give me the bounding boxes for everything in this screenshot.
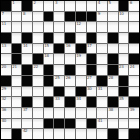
cell-r7c11-black (108, 65, 118, 75)
clue-number-16: 16 (66, 44, 71, 48)
clue-number-19: 19 (76, 54, 81, 58)
cell-r2c9-black (87, 12, 97, 22)
clue-number-26: 26 (66, 76, 71, 80)
clue-number-17: 17 (87, 44, 92, 48)
cell-r5c7[interactable]: 16 (65, 44, 75, 54)
cell-r7c10[interactable] (97, 65, 107, 75)
cell-r5c6-black (54, 44, 64, 54)
clue-number-37: 37 (23, 108, 28, 112)
cell-r4c10[interactable] (97, 33, 107, 43)
cell-r10c10[interactable] (97, 97, 107, 107)
clue-number-21: 21 (12, 65, 17, 69)
clue-number-18: 18 (44, 54, 49, 58)
cell-r11c6[interactable] (54, 108, 64, 118)
cell-r12c5-black (44, 119, 54, 129)
cell-r6c2-black (12, 54, 22, 64)
cell-r12c2[interactable] (12, 119, 22, 129)
cell-r2c7-black (65, 12, 75, 22)
cell-r8c4[interactable] (33, 76, 43, 86)
clue-number-5: 5 (108, 1, 110, 5)
cell-r2c11[interactable] (108, 12, 118, 22)
cell-r12c10[interactable]: 41 (97, 119, 107, 129)
cell-r7c9-black (87, 65, 97, 75)
cell-r7c8[interactable] (76, 65, 86, 75)
clue-number-25: 25 (55, 76, 60, 80)
cell-r2c5-black (44, 12, 54, 22)
cell-r10c1[interactable]: 32 (1, 97, 11, 107)
cell-r8c10-black (97, 76, 107, 86)
cell-r10c12[interactable]: 35 (119, 97, 129, 107)
clue-number-23: 23 (119, 65, 124, 69)
cell-r10c3-black (22, 97, 32, 107)
cell-r2c6[interactable] (54, 12, 64, 22)
cell-r12c6-black (54, 119, 64, 129)
cell-r3c8[interactable]: 12 (76, 22, 86, 32)
cell-r6c13-black (129, 54, 139, 64)
cell-r11c5[interactable] (44, 108, 54, 118)
cell-r7c6[interactable] (54, 65, 64, 75)
cell-r3c1[interactable]: 11 (1, 22, 11, 32)
cell-r11c8[interactable] (76, 108, 86, 118)
cell-r10c4[interactable] (33, 97, 43, 107)
cell-r11c9[interactable] (87, 108, 97, 118)
cell-r1c3-black (22, 1, 32, 11)
cell-r6c12[interactable] (119, 54, 129, 64)
cell-r8c11[interactable]: 28 (108, 76, 118, 86)
cell-r3c13[interactable] (129, 22, 139, 32)
clue-number-40: 40 (2, 119, 7, 123)
cell-r3c9[interactable] (87, 22, 97, 32)
cell-r2c8-black (76, 12, 86, 22)
cell-r7c12[interactable]: 23 (119, 65, 129, 75)
clue-number-36: 36 (2, 108, 7, 112)
cell-r13c8[interactable] (76, 129, 86, 139)
cell-r11c4[interactable] (33, 108, 43, 118)
cell-r5c3[interactable]: 14 (22, 44, 32, 54)
cell-r13c3[interactable]: 42 (22, 129, 32, 139)
cell-r13c12[interactable] (119, 129, 129, 139)
cell-r3c7[interactable] (65, 22, 75, 32)
clue-number-33: 33 (55, 97, 60, 101)
cell-r11c2[interactable] (12, 108, 22, 118)
cell-r4c12[interactable] (119, 33, 129, 43)
cell-r13c11-black (108, 129, 118, 139)
clue-number-2: 2 (34, 1, 36, 5)
clue-number-29: 29 (2, 87, 7, 91)
cell-r9c11[interactable] (108, 87, 118, 97)
clue-number-24: 24 (130, 65, 135, 69)
clue-number-10: 10 (119, 12, 124, 16)
cell-r5c8-black (76, 44, 86, 54)
cell-r6c10[interactable] (97, 54, 107, 64)
clue-number-4: 4 (98, 1, 100, 5)
cell-r2c13[interactable] (129, 12, 139, 22)
cell-r2c2[interactable] (12, 12, 22, 22)
cell-r12c8[interactable] (76, 119, 86, 129)
cell-r5c12[interactable] (119, 44, 129, 54)
cell-r5c13[interactable] (129, 44, 139, 54)
cell-r3c2[interactable] (12, 22, 22, 32)
cell-r9c10[interactable]: 31 (97, 87, 107, 97)
cell-r9c12-black (119, 87, 129, 97)
cell-r4c5-black (44, 33, 54, 43)
cell-r7c4[interactable]: 22 (33, 65, 43, 75)
cell-r13c7[interactable] (65, 129, 75, 139)
cell-r7c3-black (22, 65, 32, 75)
cell-r4c6[interactable] (54, 33, 64, 43)
clue-number-27: 27 (87, 76, 92, 80)
clue-number-42: 42 (23, 129, 28, 133)
cell-r5c4[interactable] (33, 44, 43, 54)
cell-r8c9[interactable]: 27 (87, 76, 97, 86)
cell-r12c3[interactable] (22, 119, 32, 129)
cell-r2c12[interactable]: 10 (119, 12, 129, 22)
cell-r8c2[interactable] (12, 76, 22, 86)
clue-number-13: 13 (2, 44, 7, 48)
cell-r4c4[interactable] (33, 33, 43, 43)
cell-r7c13[interactable]: 24 (129, 65, 139, 75)
cell-r1c12-black (119, 1, 129, 11)
cell-r8c12-black (119, 76, 129, 86)
clue-number-20: 20 (2, 65, 7, 69)
cell-r1c1-black (1, 1, 11, 11)
cell-r8c1-black (1, 76, 11, 86)
cell-r1c4[interactable]: 2 (33, 1, 43, 11)
cell-r4c1-black (1, 33, 11, 43)
cell-r12c7-black (65, 119, 75, 129)
cell-r12c9-black (87, 119, 97, 129)
cell-r1c2[interactable]: 1 (12, 1, 22, 11)
cell-r3c12[interactable] (119, 22, 129, 32)
crossword-grid: 1234567891011121314151617181920212223242… (0, 0, 140, 140)
cell-r5c5[interactable]: 15 (44, 44, 54, 54)
cell-r10c5-black (44, 97, 54, 107)
cell-r9c4[interactable] (33, 87, 43, 97)
clue-number-34: 34 (76, 97, 81, 101)
cell-r9c9[interactable]: 30 (87, 87, 97, 97)
clue-number-9: 9 (98, 12, 100, 16)
cell-r4c3-black (22, 33, 32, 43)
cell-r3c5[interactable] (44, 22, 54, 32)
cell-r13c4[interactable] (33, 129, 43, 139)
cell-r4c11-black (108, 33, 118, 43)
cell-r11c3[interactable]: 37 (22, 108, 32, 118)
cell-r1c6[interactable]: 3 (54, 1, 64, 11)
cell-r1c13[interactable]: 6 (129, 1, 139, 11)
cell-r6c3[interactable] (22, 54, 32, 64)
cell-r5c1[interactable]: 13 (1, 44, 11, 54)
cell-r13c2-black (12, 129, 22, 139)
cell-r3c11[interactable] (108, 22, 118, 32)
clue-number-39: 39 (130, 108, 135, 112)
clue-number-30: 30 (87, 87, 92, 91)
cell-r10c8[interactable]: 34 (76, 97, 86, 107)
clue-number-22: 22 (34, 65, 39, 69)
cell-r5c9[interactable]: 17 (87, 44, 97, 54)
cell-r3c10[interactable] (97, 22, 107, 32)
cell-r6c7[interactable] (65, 54, 75, 64)
cell-r9c13[interactable] (129, 87, 139, 97)
cell-r13c13-black (129, 129, 139, 139)
cell-r6c9-black (87, 54, 97, 64)
clue-number-31: 31 (98, 87, 103, 91)
cell-r11c13[interactable]: 39 (129, 108, 139, 118)
cell-r8c6[interactable]: 25 (54, 76, 64, 86)
clue-number-6: 6 (130, 1, 132, 5)
cell-r13c9[interactable] (87, 129, 97, 139)
cell-r13c6[interactable] (54, 129, 64, 139)
cell-r4c13-black (129, 33, 139, 43)
cell-r1c11[interactable]: 5 (108, 1, 118, 11)
cell-r9c8-black (76, 87, 86, 97)
cell-r1c9[interactable] (87, 1, 97, 11)
cell-r7c5-black (44, 65, 54, 75)
cell-r2c10[interactable]: 9 (97, 12, 107, 22)
cell-r5c11[interactable] (108, 44, 118, 54)
cell-r12c12[interactable] (119, 119, 129, 129)
clue-number-1: 1 (12, 1, 14, 5)
cell-r9c7[interactable] (65, 87, 75, 97)
cell-r12c1[interactable]: 40 (1, 119, 11, 129)
cell-r12c11[interactable] (108, 119, 118, 129)
cell-r4c2[interactable] (12, 33, 22, 43)
cell-r2c1[interactable]: 7 (1, 12, 11, 22)
cell-r6c5[interactable]: 18 (44, 54, 54, 64)
clue-number-7: 7 (2, 12, 4, 16)
cell-r8c7[interactable]: 26 (65, 76, 75, 86)
clue-number-28: 28 (108, 76, 113, 80)
cell-r2c3[interactable]: 8 (22, 12, 32, 22)
clue-number-35: 35 (119, 97, 124, 101)
cell-r9c3[interactable] (22, 87, 32, 97)
cell-r3c6[interactable] (54, 22, 64, 32)
clue-number-11: 11 (2, 22, 7, 26)
cell-r11c11[interactable]: 38 (108, 108, 118, 118)
cell-r6c4-black (33, 54, 43, 64)
cell-r5c2-black (12, 44, 22, 54)
cell-r6c11-black (108, 54, 118, 64)
cell-r3c4[interactable] (33, 22, 43, 32)
cell-r9c6-black (54, 87, 64, 97)
cell-r10c9-black (87, 97, 97, 107)
clue-number-15: 15 (44, 44, 49, 48)
cell-r7c7-black (65, 65, 75, 75)
cell-r5c10[interactable] (97, 44, 107, 54)
cell-r4c7-black (65, 33, 75, 43)
cell-r1c7[interactable] (65, 1, 75, 11)
cell-r11c12[interactable] (119, 108, 129, 118)
cell-r13c10[interactable] (97, 129, 107, 139)
cell-r10c7-black (65, 97, 75, 107)
clue-number-38: 38 (108, 108, 113, 112)
cell-r3c3[interactable] (22, 22, 32, 32)
cell-r7c2[interactable]: 21 (12, 65, 22, 75)
cell-r10c13-black (129, 97, 139, 107)
clue-number-12: 12 (76, 22, 81, 26)
cell-r9c1[interactable]: 29 (1, 87, 11, 97)
clue-number-8: 8 (23, 12, 25, 16)
clue-number-3: 3 (55, 1, 57, 5)
cell-r10c6[interactable]: 33 (54, 97, 64, 107)
cell-r1c5[interactable] (44, 1, 54, 11)
cell-r8c13[interactable] (129, 76, 139, 86)
cell-r7c1[interactable]: 20 (1, 65, 11, 75)
cell-r13c1[interactable] (1, 129, 11, 139)
cell-r8c8[interactable] (76, 76, 86, 86)
cell-r12c13[interactable] (129, 119, 139, 129)
cell-r4c8[interactable] (76, 33, 86, 43)
cell-r11c7[interactable] (65, 108, 75, 118)
cell-r2c4[interactable] (33, 12, 43, 22)
clue-number-41: 41 (98, 119, 103, 123)
cell-r11c10[interactable] (97, 108, 107, 118)
cell-r9c2[interactable] (12, 87, 22, 97)
cell-r1c8[interactable] (76, 1, 86, 11)
cell-r12c4[interactable] (33, 119, 43, 129)
cell-r13c5[interactable] (44, 129, 54, 139)
cell-r6c8[interactable]: 19 (76, 54, 86, 64)
cell-r10c11-black (108, 97, 118, 107)
cell-r10c2[interactable] (12, 97, 22, 107)
cell-r11c1[interactable]: 36 (1, 108, 11, 118)
clue-number-14: 14 (23, 44, 28, 48)
cell-r6c6[interactable] (54, 54, 64, 64)
cell-r9c5[interactable] (44, 87, 54, 97)
cell-r1c10[interactable]: 4 (97, 1, 107, 11)
cell-r4c9-black (87, 33, 97, 43)
cell-r8c3-black (22, 76, 32, 86)
clue-number-32: 32 (2, 97, 7, 101)
cell-r6c1[interactable] (1, 54, 11, 64)
cell-r8c5-black (44, 76, 54, 86)
